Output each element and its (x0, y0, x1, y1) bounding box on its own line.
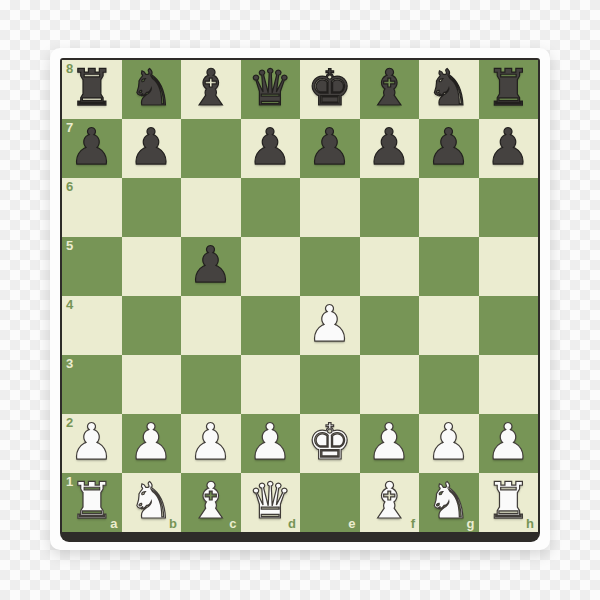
file-label-b: b (169, 517, 177, 530)
square-d1[interactable]: d♛ (241, 473, 301, 532)
square-b1[interactable]: b♞ (122, 473, 182, 532)
square-a6[interactable]: 6 (62, 178, 122, 237)
square-b2[interactable]: ♟ (122, 414, 182, 473)
square-f4[interactable] (360, 296, 420, 355)
black-rook-a8[interactable]: ♜ (69, 63, 114, 113)
white-knight-b1[interactable]: ♞ (129, 476, 174, 526)
square-g4[interactable] (419, 296, 479, 355)
square-e8[interactable]: ♚ (300, 60, 360, 119)
file-label-c: c (229, 517, 236, 530)
square-h8[interactable]: ♜ (479, 60, 539, 119)
square-b5[interactable] (122, 237, 182, 296)
rank-label-1: 1 (66, 475, 73, 488)
square-c2[interactable]: ♟ (181, 414, 241, 473)
square-d7[interactable]: ♟ (241, 119, 301, 178)
square-h2[interactable]: ♟ (479, 414, 539, 473)
square-g6[interactable] (419, 178, 479, 237)
square-d3[interactable] (241, 355, 301, 414)
black-queen-d8[interactable]: ♛ (248, 63, 293, 113)
white-king-e2[interactable]: ♚ (307, 417, 352, 467)
rank-label-5: 5 (66, 239, 73, 252)
white-pawn-e4[interactable]: ♟ (307, 299, 352, 349)
black-pawn-e7[interactable]: ♟ (307, 122, 352, 172)
square-e5[interactable] (300, 237, 360, 296)
square-b3[interactable] (122, 355, 182, 414)
square-g3[interactable] (419, 355, 479, 414)
black-pawn-c5[interactable]: ♟ (188, 240, 233, 290)
square-b7[interactable]: ♟ (122, 119, 182, 178)
black-pawn-f7[interactable]: ♟ (367, 122, 412, 172)
file-label-e: e (348, 517, 355, 530)
white-pawn-f2[interactable]: ♟ (367, 417, 412, 467)
square-c1[interactable]: c♝ (181, 473, 241, 532)
file-label-d: d (288, 517, 296, 530)
white-bishop-c1[interactable]: ♝ (188, 476, 233, 526)
square-a3[interactable]: 3 (62, 355, 122, 414)
square-a1[interactable]: 1a♜ (62, 473, 122, 532)
white-pawn-d2[interactable]: ♟ (248, 417, 293, 467)
rank-label-7: 7 (66, 121, 73, 134)
square-a7[interactable]: 7♟ (62, 119, 122, 178)
square-e2[interactable]: ♚ (300, 414, 360, 473)
square-h3[interactable] (479, 355, 539, 414)
square-d5[interactable] (241, 237, 301, 296)
square-g1[interactable]: g♞ (419, 473, 479, 532)
square-c5[interactable]: ♟ (181, 237, 241, 296)
square-h1[interactable]: h♜ (479, 473, 539, 532)
black-rook-h8[interactable]: ♜ (486, 63, 531, 113)
black-bishop-c8[interactable]: ♝ (188, 63, 233, 113)
square-g7[interactable]: ♟ (419, 119, 479, 178)
square-g5[interactable] (419, 237, 479, 296)
black-knight-b8[interactable]: ♞ (129, 63, 174, 113)
white-bishop-f1[interactable]: ♝ (367, 476, 412, 526)
rank-label-6: 6 (66, 180, 73, 193)
square-e6[interactable] (300, 178, 360, 237)
square-e7[interactable]: ♟ (300, 119, 360, 178)
black-king-e8[interactable]: ♚ (307, 63, 352, 113)
square-b6[interactable] (122, 178, 182, 237)
white-pawn-c2[interactable]: ♟ (188, 417, 233, 467)
square-f5[interactable] (360, 237, 420, 296)
square-h7[interactable]: ♟ (479, 119, 539, 178)
square-b8[interactable]: ♞ (122, 60, 182, 119)
chess-board: 8♜♞♝♛♚♝♞♜7♟♟♟♟♟♟♟65♟4♟32♟♟♟♟♚♟♟♟1a♜b♞c♝d… (62, 60, 538, 532)
rank-label-3: 3 (66, 357, 73, 370)
square-d4[interactable] (241, 296, 301, 355)
white-rook-a1[interactable]: ♜ (69, 476, 114, 526)
white-pawn-b2[interactable]: ♟ (129, 417, 174, 467)
square-e4[interactable]: ♟ (300, 296, 360, 355)
square-c7[interactable] (181, 119, 241, 178)
square-f3[interactable] (360, 355, 420, 414)
board-frame: 8♜♞♝♛♚♝♞♜7♟♟♟♟♟♟♟65♟4♟32♟♟♟♟♚♟♟♟1a♜b♞c♝d… (60, 58, 540, 542)
square-h4[interactable] (479, 296, 539, 355)
white-knight-g1[interactable]: ♞ (426, 476, 471, 526)
white-rook-h1[interactable]: ♜ (486, 476, 531, 526)
black-pawn-g7[interactable]: ♟ (426, 122, 471, 172)
square-g2[interactable]: ♟ (419, 414, 479, 473)
file-label-f: f (411, 517, 415, 530)
square-g8[interactable]: ♞ (419, 60, 479, 119)
square-c4[interactable] (181, 296, 241, 355)
square-c6[interactable] (181, 178, 241, 237)
white-pawn-a2[interactable]: ♟ (69, 417, 114, 467)
rank-label-2: 2 (66, 416, 73, 429)
file-label-a: a (110, 517, 117, 530)
black-knight-g8[interactable]: ♞ (426, 63, 471, 113)
rank-label-8: 8 (66, 62, 73, 75)
black-pawn-b7[interactable]: ♟ (129, 122, 174, 172)
square-a5[interactable]: 5 (62, 237, 122, 296)
white-pawn-g2[interactable]: ♟ (426, 417, 471, 467)
square-f1[interactable]: f♝ (360, 473, 420, 532)
square-e3[interactable] (300, 355, 360, 414)
file-label-h: h (526, 517, 534, 530)
square-d2[interactable]: ♟ (241, 414, 301, 473)
square-b4[interactable] (122, 296, 182, 355)
black-pawn-h7[interactable]: ♟ (486, 122, 531, 172)
square-c3[interactable] (181, 355, 241, 414)
square-h5[interactable] (479, 237, 539, 296)
sticker-card: 8♜♞♝♛♚♝♞♜7♟♟♟♟♟♟♟65♟4♟32♟♟♟♟♚♟♟♟1a♜b♞c♝d… (50, 48, 550, 550)
black-pawn-a7[interactable]: ♟ (69, 122, 114, 172)
square-c8[interactable]: ♝ (181, 60, 241, 119)
rank-label-4: 4 (66, 298, 73, 311)
black-pawn-d7[interactable]: ♟ (248, 122, 293, 172)
square-a4[interactable]: 4 (62, 296, 122, 355)
square-f6[interactable] (360, 178, 420, 237)
square-d8[interactable]: ♛ (241, 60, 301, 119)
white-queen-d1[interactable]: ♛ (248, 476, 293, 526)
square-e1[interactable]: e (300, 473, 360, 532)
square-a2[interactable]: 2♟ (62, 414, 122, 473)
square-f2[interactable]: ♟ (360, 414, 420, 473)
square-f7[interactable]: ♟ (360, 119, 420, 178)
square-h6[interactable] (479, 178, 539, 237)
square-a8[interactable]: 8♜ (62, 60, 122, 119)
white-pawn-h2[interactable]: ♟ (486, 417, 531, 467)
file-label-g: g (467, 517, 475, 530)
square-f8[interactable]: ♝ (360, 60, 420, 119)
square-d6[interactable] (241, 178, 301, 237)
black-bishop-f8[interactable]: ♝ (367, 63, 412, 113)
